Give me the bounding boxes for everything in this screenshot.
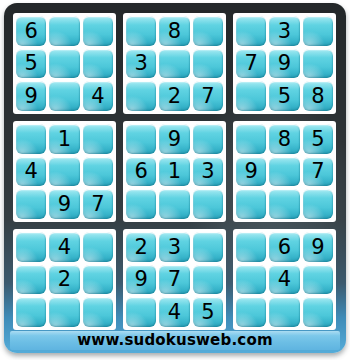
cell-r6c7[interactable] <box>236 189 266 219</box>
cell-r4c8[interactable]: 8 <box>269 124 299 154</box>
cell-r2c5[interactable] <box>159 49 189 79</box>
cell-r5c5[interactable]: 1 <box>159 157 189 187</box>
cell-r3c8[interactable]: 5 <box>269 81 299 111</box>
cell-r1c5[interactable]: 8 <box>159 16 189 46</box>
cell-r2c2[interactable] <box>49 49 79 79</box>
cell-r5c3[interactable] <box>83 157 113 187</box>
cell-r6c4[interactable] <box>126 189 156 219</box>
cell-r4c4[interactable] <box>126 124 156 154</box>
cell-r8c1[interactable] <box>16 265 46 295</box>
cell-r5c6[interactable]: 3 <box>193 157 223 187</box>
sudoku-box-4: 1497 <box>13 121 116 222</box>
cell-r2c8[interactable]: 9 <box>269 49 299 79</box>
cell-r5c8[interactable] <box>269 157 299 187</box>
sudoku-box-6: 8597 <box>233 121 336 222</box>
cell-r6c3[interactable]: 7 <box>83 189 113 219</box>
cell-r9c6[interactable]: 5 <box>193 297 223 327</box>
cell-r3c9[interactable]: 8 <box>303 81 333 111</box>
cell-r8c7[interactable] <box>236 265 266 295</box>
cell-r3c6[interactable]: 7 <box>193 81 223 111</box>
cell-r5c7[interactable]: 9 <box>236 157 266 187</box>
cell-r5c4[interactable]: 6 <box>126 157 156 187</box>
sudoku-box-2: 8327 <box>123 13 226 114</box>
cell-r3c5[interactable]: 2 <box>159 81 189 111</box>
cell-r6c1[interactable] <box>16 189 46 219</box>
cell-r6c6[interactable] <box>193 189 223 219</box>
cell-r1c4[interactable] <box>126 16 156 46</box>
cell-r6c2[interactable]: 9 <box>49 189 79 219</box>
cell-r5c1[interactable]: 4 <box>16 157 46 187</box>
sudoku-board: 659483273795814979613859742239745694 <box>13 13 336 330</box>
cell-r8c2[interactable]: 2 <box>49 265 79 295</box>
cell-r2c1[interactable]: 5 <box>16 49 46 79</box>
cell-r4c6[interactable] <box>193 124 223 154</box>
cell-r9c8[interactable] <box>269 297 299 327</box>
sudoku-box-9: 694 <box>233 229 336 330</box>
cell-r2c7[interactable]: 7 <box>236 49 266 79</box>
sudoku-box-7: 42 <box>13 229 116 330</box>
cell-r8c5[interactable]: 7 <box>159 265 189 295</box>
cell-r3c2[interactable] <box>49 81 79 111</box>
cell-r7c1[interactable] <box>16 232 46 262</box>
sudoku-box-8: 239745 <box>123 229 226 330</box>
cell-r1c7[interactable] <box>236 16 266 46</box>
cell-r7c6[interactable] <box>193 232 223 262</box>
cell-r1c1[interactable]: 6 <box>16 16 46 46</box>
cell-r3c7[interactable] <box>236 81 266 111</box>
sudoku-box-3: 37958 <box>233 13 336 114</box>
cell-r8c3[interactable] <box>83 265 113 295</box>
cell-r1c8[interactable]: 3 <box>269 16 299 46</box>
cell-r1c6[interactable] <box>193 16 223 46</box>
cell-r4c3[interactable] <box>83 124 113 154</box>
cell-r4c2[interactable]: 1 <box>49 124 79 154</box>
cell-r3c4[interactable] <box>126 81 156 111</box>
cell-r8c8[interactable]: 4 <box>269 265 299 295</box>
cell-r7c7[interactable] <box>236 232 266 262</box>
cell-r9c1[interactable] <box>16 297 46 327</box>
cell-r8c6[interactable] <box>193 265 223 295</box>
cell-r6c5[interactable] <box>159 189 189 219</box>
cell-r7c2[interactable]: 4 <box>49 232 79 262</box>
cell-r9c9[interactable] <box>303 297 333 327</box>
sudoku-box-5: 9613 <box>123 121 226 222</box>
cell-r3c3[interactable]: 4 <box>83 81 113 111</box>
cell-r5c2[interactable] <box>49 157 79 187</box>
cell-r7c8[interactable]: 6 <box>269 232 299 262</box>
cell-r1c9[interactable] <box>303 16 333 46</box>
cell-r4c7[interactable] <box>236 124 266 154</box>
cell-r2c3[interactable] <box>83 49 113 79</box>
cell-r4c5[interactable]: 9 <box>159 124 189 154</box>
cell-r7c3[interactable] <box>83 232 113 262</box>
cell-r4c1[interactable] <box>16 124 46 154</box>
cell-r7c5[interactable]: 3 <box>159 232 189 262</box>
cell-r9c4[interactable] <box>126 297 156 327</box>
cell-r9c3[interactable] <box>83 297 113 327</box>
cell-r8c9[interactable] <box>303 265 333 295</box>
cell-r7c4[interactable]: 2 <box>126 232 156 262</box>
cell-r3c1[interactable]: 9 <box>16 81 46 111</box>
cell-r9c7[interactable] <box>236 297 266 327</box>
sudoku-box-1: 6594 <box>13 13 116 114</box>
cell-r6c9[interactable] <box>303 189 333 219</box>
site-url: www.sudokusweb.com <box>77 333 272 348</box>
cell-r7c9[interactable]: 9 <box>303 232 333 262</box>
cell-r2c6[interactable] <box>193 49 223 79</box>
cell-r5c9[interactable]: 7 <box>303 157 333 187</box>
cell-r2c9[interactable] <box>303 49 333 79</box>
cell-r4c9[interactable]: 5 <box>303 124 333 154</box>
board-frame: 659483273795814979613859742239745694 www… <box>4 3 346 353</box>
cell-r1c3[interactable] <box>83 16 113 46</box>
footer-bar: www.sudokusweb.com <box>10 331 340 350</box>
cell-r6c8[interactable] <box>269 189 299 219</box>
cell-r8c4[interactable]: 9 <box>126 265 156 295</box>
cell-r9c2[interactable] <box>49 297 79 327</box>
cell-r1c2[interactable] <box>49 16 79 46</box>
cell-r9c5[interactable]: 4 <box>159 297 189 327</box>
cell-r2c4[interactable]: 3 <box>126 49 156 79</box>
